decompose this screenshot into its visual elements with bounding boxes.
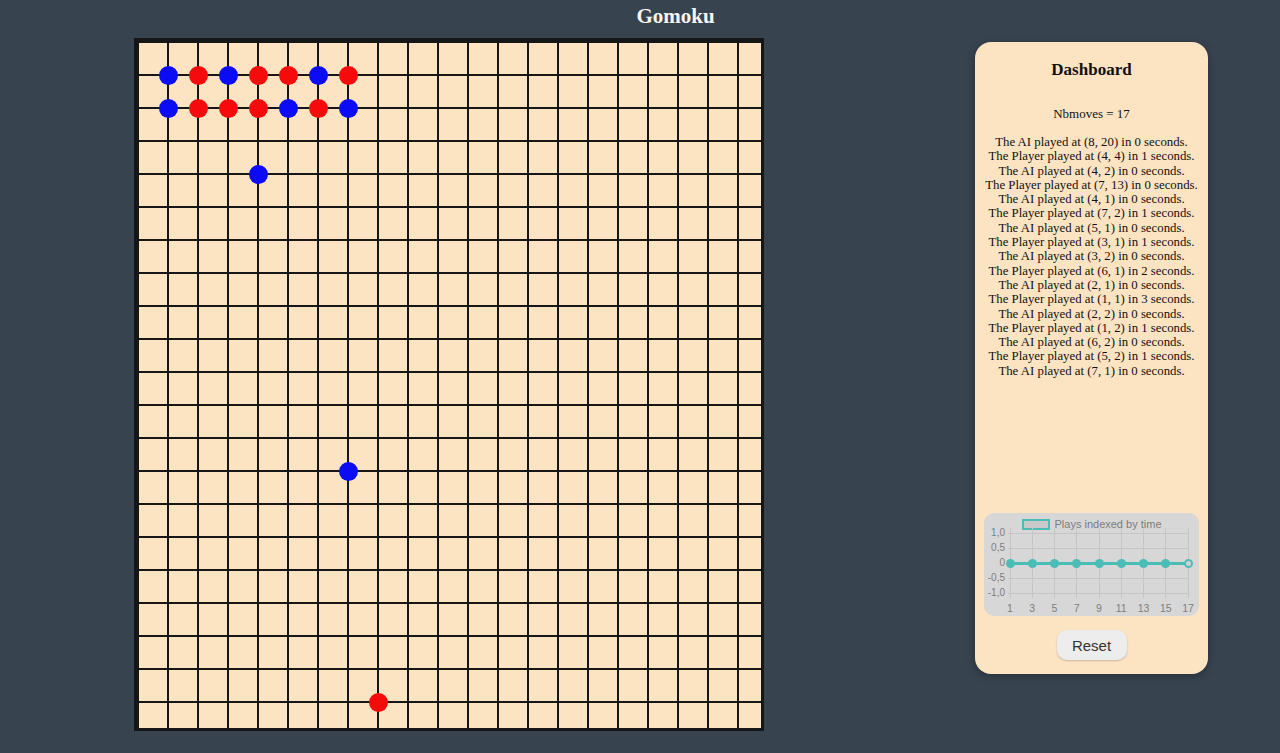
chart-legend: Plays indexed by time xyxy=(984,516,1199,532)
move-log-entry: The Player played at (1, 1) in 3 seconds… xyxy=(975,292,1208,306)
data-point-marker xyxy=(1006,559,1015,568)
blue-stone xyxy=(339,462,358,481)
y-gridline xyxy=(1008,593,1189,594)
data-point-marker xyxy=(1072,559,1081,568)
move-log-entry: The AI played at (6, 2) in 0 seconds. xyxy=(975,335,1208,349)
red-stone xyxy=(279,66,298,85)
data-point-marker xyxy=(1117,559,1126,568)
blue-stone xyxy=(249,165,268,184)
red-stone xyxy=(309,99,328,118)
content: Dashboard Nbmoves = 17 The AI played at … xyxy=(0,29,1280,731)
move-log-entry: The Player played at (5, 2) in 1 seconds… xyxy=(975,349,1208,363)
y-tick-label: 1,0 xyxy=(984,527,1005,539)
move-log: The AI played at (8, 20) in 0 seconds.Th… xyxy=(975,135,1208,378)
move-log-entry: The AI played at (7, 1) in 0 seconds. xyxy=(975,364,1208,378)
red-stone xyxy=(249,99,268,118)
move-log-entry: The Player played at (7, 13) in 0 second… xyxy=(975,178,1208,192)
move-log-entry: The Player played at (4, 4) in 1 seconds… xyxy=(975,149,1208,163)
move-log-entry: The Player played at (7, 2) in 1 seconds… xyxy=(975,206,1208,220)
gomoku-board[interactable] xyxy=(134,38,764,731)
data-point-marker xyxy=(1139,559,1148,568)
move-log-entry: The AI played at (3, 2) in 0 seconds. xyxy=(975,249,1208,263)
data-point-marker xyxy=(1184,559,1193,568)
page-title: Gomoku xyxy=(137,0,1214,29)
y-gridline xyxy=(1008,533,1189,534)
move-log-entry: The AI played at (2, 2) in 0 seconds. xyxy=(975,307,1208,321)
blue-stone xyxy=(339,99,358,118)
legend-label: Plays indexed by time xyxy=(1055,518,1162,530)
move-log-entry: The Player played at (6, 1) in 2 seconds… xyxy=(975,264,1208,278)
dashboard-panel: Dashboard Nbmoves = 17 The AI played at … xyxy=(975,42,1208,674)
red-stone xyxy=(249,66,268,85)
x-tick-label: 1 xyxy=(1000,602,1020,614)
move-log-entry: The Player played at (1, 2) in 1 seconds… xyxy=(975,321,1208,335)
data-point-marker xyxy=(1050,559,1059,568)
x-tick-label: 11 xyxy=(1111,602,1131,614)
blue-stone xyxy=(279,99,298,118)
plays-chart: Plays indexed by time 13579111315171,00,… xyxy=(984,513,1199,616)
move-counter: Nbmoves = 17 xyxy=(975,106,1208,122)
x-tick-label: 15 xyxy=(1156,602,1176,614)
page: Gomoku Dashboard Nbmoves = 17 The AI pla… xyxy=(0,0,1280,731)
move-log-entry: The AI played at (4, 2) in 0 seconds. xyxy=(975,164,1208,178)
y-gridline xyxy=(1008,548,1189,549)
dashboard-title: Dashboard xyxy=(975,60,1208,80)
blue-stone xyxy=(159,99,178,118)
move-log-entry: The AI played at (5, 1) in 0 seconds. xyxy=(975,221,1208,235)
y-gridline xyxy=(1008,578,1189,579)
x-tick-label: 17 xyxy=(1178,602,1198,614)
x-tick-label: 9 xyxy=(1089,602,1109,614)
move-log-entry: The AI played at (2, 1) in 0 seconds. xyxy=(975,278,1208,292)
y-tick-label: 0 xyxy=(984,557,1005,569)
y-tick-label: -1,0 xyxy=(984,587,1005,599)
x-tick-label: 5 xyxy=(1045,602,1065,614)
x-tick-label: 3 xyxy=(1022,602,1042,614)
blue-stone xyxy=(219,66,238,85)
x-tick-label: 13 xyxy=(1134,602,1154,614)
y-tick-label: 0,5 xyxy=(984,542,1005,554)
blue-stone xyxy=(159,66,178,85)
reset-button[interactable]: Reset xyxy=(1057,630,1127,660)
move-log-entry: The AI played at (8, 20) in 0 seconds. xyxy=(975,135,1208,149)
data-point-marker xyxy=(1028,559,1037,568)
red-stone xyxy=(369,693,388,712)
y-tick-label: -0,5 xyxy=(984,572,1005,584)
red-stone xyxy=(189,66,208,85)
red-stone xyxy=(189,99,208,118)
blue-stone xyxy=(309,66,328,85)
data-point-marker xyxy=(1161,559,1170,568)
legend-swatch-icon xyxy=(1022,519,1050,530)
data-point-marker xyxy=(1095,559,1104,568)
red-stone xyxy=(219,99,238,118)
x-tick-label: 7 xyxy=(1067,602,1087,614)
move-log-entry: The Player played at (3, 1) in 1 seconds… xyxy=(975,235,1208,249)
move-log-entry: The AI played at (4, 1) in 0 seconds. xyxy=(975,192,1208,206)
red-stone xyxy=(339,66,358,85)
